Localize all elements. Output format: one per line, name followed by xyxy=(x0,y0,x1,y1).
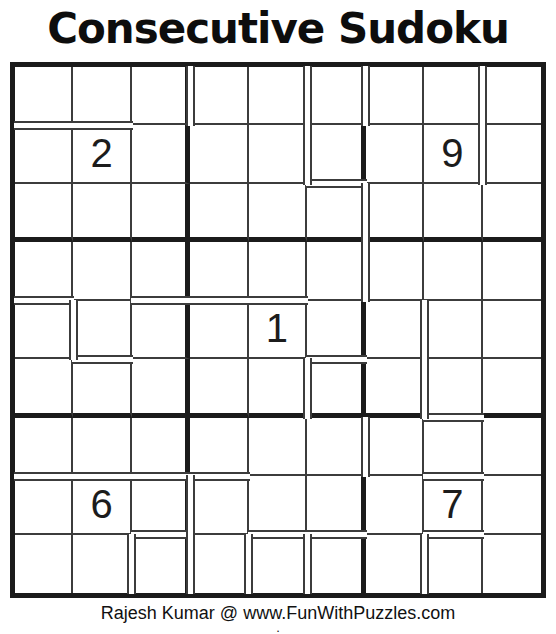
consecutive-marker-h-r7c3 xyxy=(131,472,191,481)
consecutive-marker-v-r6c7 xyxy=(420,358,429,418)
cell-r2c5[interactable] xyxy=(249,125,307,183)
cell-r7c2[interactable] xyxy=(73,418,131,476)
cell-r8c9[interactable] xyxy=(483,476,541,534)
consecutive-marker-v-r9c3 xyxy=(186,534,195,594)
consecutive-marker-h-r8c6 xyxy=(306,530,366,539)
consecutive-marker-h-r7c1 xyxy=(14,472,74,481)
cell-r3c3[interactable] xyxy=(132,184,190,242)
consecutive-marker-h-r4c1 xyxy=(14,296,74,305)
cell-r1c6[interactable] xyxy=(307,67,365,125)
cell-r4c8[interactable] xyxy=(424,242,482,300)
consecutive-marker-v-r5c1 xyxy=(69,300,78,360)
consecutive-marker-v-r6c5 xyxy=(303,358,312,418)
consecutive-marker-h-r1c1 xyxy=(14,121,74,130)
cell-r5c5[interactable]: 1 xyxy=(249,301,307,359)
cell-r4c3[interactable] xyxy=(132,242,190,300)
sudoku-board: 29167 xyxy=(10,62,546,598)
cell-r6c9[interactable] xyxy=(483,359,541,417)
cell-r4c9[interactable] xyxy=(483,242,541,300)
cell-r6c2[interactable] xyxy=(73,359,131,417)
consecutive-marker-v-r1c3 xyxy=(186,66,195,126)
cell-r8c8[interactable]: 7 xyxy=(424,476,482,534)
cell-r3c2[interactable] xyxy=(73,184,131,242)
consecutive-marker-v-r9c5 xyxy=(303,534,312,594)
consecutive-marker-v-r1c5 xyxy=(303,66,312,126)
cell-r8c2[interactable]: 6 xyxy=(73,476,131,534)
cell-r8c7[interactable] xyxy=(366,476,424,534)
cell-r7c6[interactable] xyxy=(307,418,365,476)
cell-r3c1[interactable] xyxy=(15,184,73,242)
cell-r1c5[interactable] xyxy=(249,67,307,125)
consecutive-marker-h-r4c5 xyxy=(248,296,308,305)
footer-dot: . xyxy=(0,622,556,634)
cell-r7c9[interactable] xyxy=(483,418,541,476)
cell-r6c3[interactable] xyxy=(132,359,190,417)
cell-r9c4[interactable] xyxy=(190,535,248,593)
cell-r7c5[interactable] xyxy=(249,418,307,476)
consecutive-marker-h-r7c4 xyxy=(189,472,249,481)
cell-r2c6[interactable] xyxy=(307,125,365,183)
cell-r3c7[interactable] xyxy=(366,184,424,242)
consecutive-marker-v-r8c3 xyxy=(186,475,195,535)
consecutive-marker-h-r5c6 xyxy=(306,355,366,364)
consecutive-marker-h-r7c2 xyxy=(72,472,132,481)
cell-r4c1[interactable] xyxy=(15,242,73,300)
cell-r1c7[interactable] xyxy=(366,67,424,125)
consecutive-marker-v-r7c6 xyxy=(361,417,370,477)
cell-r6c7[interactable] xyxy=(366,359,424,417)
cell-r6c5[interactable] xyxy=(249,359,307,417)
cell-r1c2[interactable] xyxy=(73,67,131,125)
consecutive-marker-h-r8c3 xyxy=(131,530,191,539)
cell-r7c8[interactable] xyxy=(424,418,482,476)
cell-r1c4[interactable] xyxy=(190,67,248,125)
consecutive-marker-v-r2c5 xyxy=(303,124,312,184)
cell-r5c9[interactable] xyxy=(483,301,541,359)
consecutive-marker-v-r9c4 xyxy=(244,534,253,594)
consecutive-marker-h-r5c2 xyxy=(72,355,132,364)
cell-r9c2[interactable] xyxy=(73,535,131,593)
cell-r8c1[interactable] xyxy=(15,476,73,534)
cell-r2c8[interactable]: 9 xyxy=(424,125,482,183)
cell-r9c9[interactable] xyxy=(483,535,541,593)
cell-r2c7[interactable] xyxy=(366,125,424,183)
cell-r5c6[interactable] xyxy=(307,301,365,359)
cell-r9c5[interactable] xyxy=(249,535,307,593)
consecutive-marker-h-r2c6 xyxy=(306,179,366,188)
cell-r1c3[interactable] xyxy=(132,67,190,125)
cell-r4c6[interactable] xyxy=(307,242,365,300)
cell-r7c4[interactable] xyxy=(190,418,248,476)
cell-r7c1[interactable] xyxy=(15,418,73,476)
cell-r6c6[interactable] xyxy=(307,359,365,417)
cell-r8c6[interactable] xyxy=(307,476,365,534)
consecutive-marker-v-r9c2 xyxy=(127,534,136,594)
cell-r4c4[interactable] xyxy=(190,242,248,300)
cell-r3c5[interactable] xyxy=(249,184,307,242)
cell-r5c4[interactable] xyxy=(190,301,248,359)
cell-r3c8[interactable] xyxy=(424,184,482,242)
cell-r1c1[interactable] xyxy=(15,67,73,125)
cell-r5c8[interactable] xyxy=(424,301,482,359)
consecutive-marker-h-r4c4 xyxy=(189,296,249,305)
cell-r9c1[interactable] xyxy=(15,535,73,593)
cell-r4c5[interactable] xyxy=(249,242,307,300)
cell-r9c7[interactable] xyxy=(366,535,424,593)
cell-r9c8[interactable] xyxy=(424,535,482,593)
cell-r1c8[interactable] xyxy=(424,67,482,125)
cell-r4c2[interactable] xyxy=(73,242,131,300)
consecutive-marker-h-r7c8 xyxy=(423,472,483,481)
consecutive-marker-h-r6c8 xyxy=(423,413,483,422)
cell-r2c3[interactable] xyxy=(132,125,190,183)
cell-r2c9[interactable] xyxy=(483,125,541,183)
cell-r4c7[interactable] xyxy=(366,242,424,300)
consecutive-marker-v-r5c7 xyxy=(420,300,429,360)
consecutive-marker-v-r1c6 xyxy=(361,66,370,126)
cell-r2c2[interactable]: 2 xyxy=(73,125,131,183)
cell-r8c4[interactable] xyxy=(190,476,248,534)
cell-r5c7[interactable] xyxy=(366,301,424,359)
cell-r3c4[interactable] xyxy=(190,184,248,242)
consecutive-marker-h-r8c5 xyxy=(248,530,308,539)
cell-r6c4[interactable] xyxy=(190,359,248,417)
cell-r3c6[interactable] xyxy=(307,184,365,242)
consecutive-marker-h-r4c3 xyxy=(131,296,191,305)
cell-r1c9[interactable] xyxy=(483,67,541,125)
consecutive-marker-v-r4c6 xyxy=(361,241,370,301)
consecutive-marker-v-r3c6 xyxy=(361,183,370,243)
cell-r6c1[interactable] xyxy=(15,359,73,417)
cell-r8c5[interactable] xyxy=(249,476,307,534)
cell-r8c3[interactable] xyxy=(132,476,190,534)
page-title: Consecutive Sudoku xyxy=(0,0,556,58)
cell-r5c2[interactable] xyxy=(73,301,131,359)
cell-r2c1[interactable] xyxy=(15,125,73,183)
consecutive-marker-v-r9c7 xyxy=(420,534,429,594)
sudoku-grid: 29167 xyxy=(15,67,541,593)
consecutive-marker-h-r8c8 xyxy=(423,530,483,539)
cell-r7c7[interactable] xyxy=(366,418,424,476)
cell-r5c3[interactable] xyxy=(132,301,190,359)
cell-r9c6[interactable] xyxy=(307,535,365,593)
cell-r7c3[interactable] xyxy=(132,418,190,476)
consecutive-marker-v-r1c8 xyxy=(478,66,487,126)
consecutive-marker-v-r2c8 xyxy=(478,124,487,184)
cell-r3c9[interactable] xyxy=(483,184,541,242)
cell-r9c3[interactable] xyxy=(132,535,190,593)
cell-r5c1[interactable] xyxy=(15,301,73,359)
cell-r6c8[interactable] xyxy=(424,359,482,417)
consecutive-marker-h-r1c2 xyxy=(72,121,132,130)
cell-r2c4[interactable] xyxy=(190,125,248,183)
